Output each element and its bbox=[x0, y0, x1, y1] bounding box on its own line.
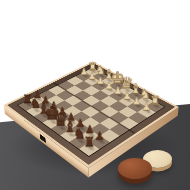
black-rook-piece: ♜ bbox=[80, 135, 99, 148]
product-photo: ♜♞♝♛♚♝♞♜♟♟♟♟♟♟♟♟♟♟♟♟♟♟♟♟♜♞♝♛♚♝♞♜ bbox=[0, 0, 190, 190]
clasp bbox=[40, 134, 46, 143]
square-a8: ♜ bbox=[79, 142, 100, 156]
checker-disc-dark bbox=[118, 158, 152, 179]
white-pawn-piece: ♟ bbox=[138, 102, 156, 112]
